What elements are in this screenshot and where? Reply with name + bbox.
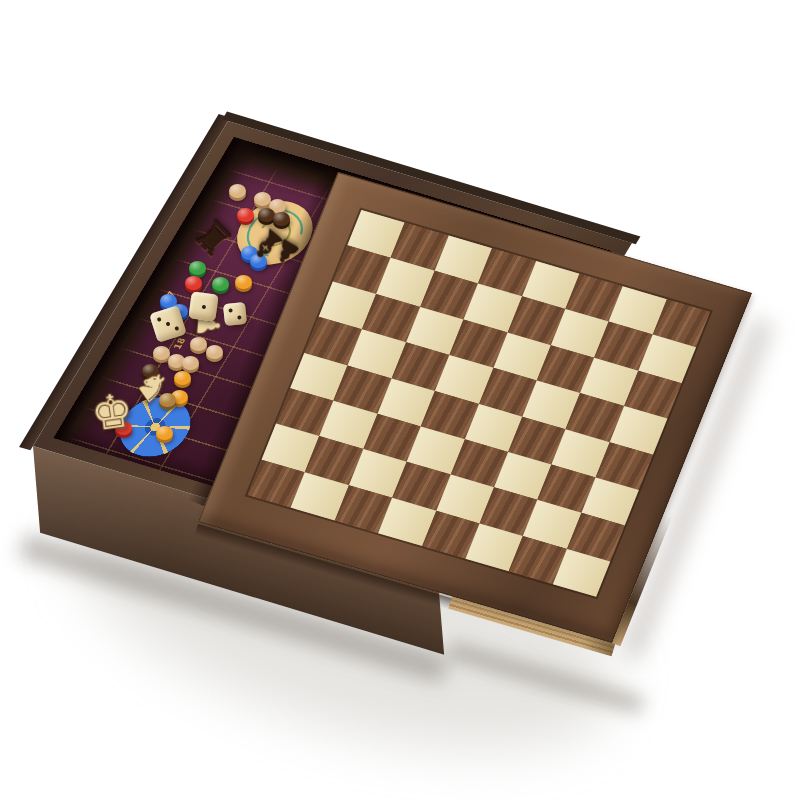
track-number: 17 [162,290,178,304]
track-number: 18 [172,337,188,351]
chessboard-grid [247,210,710,597]
roulette-wheel-print [107,389,204,465]
product-photo-stage: 1718 ♜♝♟♟♞♚ [0,0,800,800]
